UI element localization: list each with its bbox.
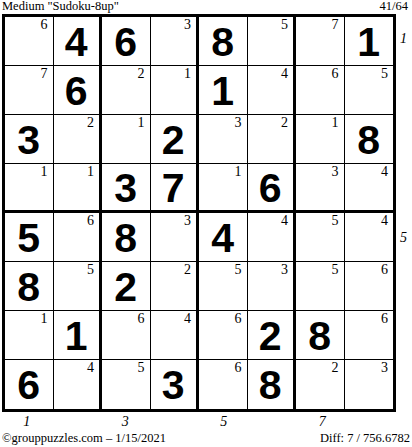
cell-r1c7[interactable]: 7 bbox=[296, 17, 345, 66]
col-label-5: 5 bbox=[220, 415, 227, 429]
cell-r6c8[interactable]: 6 bbox=[345, 262, 394, 311]
corner-mark: 6 bbox=[87, 214, 94, 228]
cell-r8c4[interactable]: 3 bbox=[151, 360, 200, 409]
corner-mark: 3 bbox=[184, 18, 191, 32]
corner-mark: 4 bbox=[281, 67, 288, 81]
cell-r8c8[interactable]: 3 bbox=[345, 360, 394, 409]
corner-mark: 6 bbox=[381, 312, 388, 326]
cell-value: 5 bbox=[17, 218, 40, 259]
corner-mark: 4 bbox=[184, 312, 191, 326]
cell-r1c2[interactable]: 4 bbox=[54, 17, 103, 66]
cell-r3c3[interactable]: 1 bbox=[102, 115, 151, 164]
row-label-1: 1 bbox=[400, 32, 407, 46]
cell-r7c8[interactable]: 6 bbox=[345, 311, 394, 360]
cell-value: 3 bbox=[114, 168, 137, 209]
corner-mark: 3 bbox=[332, 165, 339, 179]
cell-r7c3[interactable]: 6 bbox=[102, 311, 151, 360]
col-label-1: 1 bbox=[23, 415, 30, 429]
corner-mark: 2 bbox=[281, 116, 288, 130]
corner-mark: 5 bbox=[235, 263, 242, 277]
cell-r3c6[interactable]: 2 bbox=[248, 115, 297, 164]
col-label-3: 3 bbox=[122, 415, 129, 429]
copyright: ©grouppuzzles.com – 1/15/2021 bbox=[2, 431, 166, 445]
cell-r6c7[interactable]: 5 bbox=[296, 262, 345, 311]
corner-mark: 1 bbox=[235, 165, 242, 179]
cell-r6c2[interactable]: 5 bbox=[54, 262, 103, 311]
corner-mark: 5 bbox=[87, 263, 94, 277]
corner-mark: 4 bbox=[381, 165, 388, 179]
cell-r4c6[interactable]: 6 bbox=[248, 164, 297, 213]
cell-r5c2[interactable]: 6 bbox=[54, 213, 103, 262]
cell-r7c2[interactable]: 1 bbox=[54, 311, 103, 360]
corner-mark: 4 bbox=[281, 214, 288, 228]
cell-r1c8[interactable]: 1 bbox=[345, 17, 394, 66]
cell-value: 8 bbox=[114, 218, 137, 259]
cell-r4c5[interactable]: 1 bbox=[199, 164, 248, 213]
cell-r1c3[interactable]: 6 bbox=[102, 17, 151, 66]
cell-r5c5[interactable]: 4 bbox=[199, 213, 248, 262]
cell-r8c5[interactable]: 6 bbox=[199, 360, 248, 409]
progress-counter: 41/64 bbox=[380, 0, 408, 13]
footer: ©grouppuzzles.com – 1/15/2021 Diff: 7 / … bbox=[2, 431, 410, 446]
cell-value: 6 bbox=[17, 365, 40, 406]
cell-value: 8 bbox=[17, 267, 40, 308]
cell-r6c1[interactable]: 8 bbox=[5, 262, 54, 311]
cell-value: 1 bbox=[211, 71, 234, 112]
cell-r4c4[interactable]: 7 bbox=[151, 164, 200, 213]
cell-r6c5[interactable]: 5 bbox=[199, 262, 248, 311]
corner-mark: 5 bbox=[138, 361, 145, 375]
cell-r8c3[interactable]: 5 bbox=[102, 360, 151, 409]
cell-r3c5[interactable]: 3 bbox=[199, 115, 248, 164]
corner-mark: 3 bbox=[184, 214, 191, 228]
corner-mark: 3 bbox=[381, 361, 388, 375]
cell-r6c4[interactable]: 2 bbox=[151, 262, 200, 311]
cell-r4c7[interactable]: 3 bbox=[296, 164, 345, 213]
corner-mark: 2 bbox=[332, 361, 339, 375]
row-label-5: 5 bbox=[400, 231, 407, 245]
cell-r7c6[interactable]: 2 bbox=[248, 311, 297, 360]
cell-value: 8 bbox=[259, 365, 282, 406]
cell-r1c4[interactable]: 3 bbox=[151, 17, 200, 66]
cell-r2c2[interactable]: 6 bbox=[54, 66, 103, 115]
corner-mark: 3 bbox=[281, 263, 288, 277]
corner-mark: 7 bbox=[41, 67, 48, 81]
corner-mark: 5 bbox=[332, 263, 339, 277]
cell-value: 6 bbox=[65, 71, 88, 112]
cell-r5c1[interactable]: 5 bbox=[5, 213, 54, 262]
cell-r5c6[interactable]: 4 bbox=[248, 213, 297, 262]
sudoku-grid: 6463857176211465321232181137163456834454… bbox=[2, 14, 396, 412]
cell-r7c1[interactable]: 1 bbox=[5, 311, 54, 360]
cell-value: 8 bbox=[211, 22, 234, 63]
cell-r4c3[interactable]: 3 bbox=[102, 164, 151, 213]
corner-mark: 4 bbox=[87, 361, 94, 375]
cell-r5c8[interactable]: 4 bbox=[345, 213, 394, 262]
cell-r8c6[interactable]: 8 bbox=[248, 360, 297, 409]
cell-r2c4[interactable]: 1 bbox=[151, 66, 200, 115]
cell-r3c1[interactable]: 3 bbox=[5, 115, 54, 164]
cell-r7c7[interactable]: 8 bbox=[296, 311, 345, 360]
cell-value: 8 bbox=[308, 316, 331, 357]
cell-r7c5[interactable]: 6 bbox=[199, 311, 248, 360]
corner-mark: 1 bbox=[138, 116, 145, 130]
cell-r6c6[interactable]: 3 bbox=[248, 262, 297, 311]
cell-r2c8[interactable]: 5 bbox=[345, 66, 394, 115]
cell-r5c3[interactable]: 8 bbox=[102, 213, 151, 262]
header: Medium "Sudoku-8up" 41/64 bbox=[2, 0, 408, 13]
cell-value: 3 bbox=[162, 365, 185, 406]
corner-mark: 6 bbox=[235, 312, 242, 326]
corner-mark: 2 bbox=[138, 67, 145, 81]
cell-value: 4 bbox=[65, 22, 88, 63]
cell-value: 2 bbox=[162, 120, 185, 161]
cell-r2c6[interactable]: 4 bbox=[248, 66, 297, 115]
corner-mark: 2 bbox=[184, 263, 191, 277]
cell-value: 3 bbox=[17, 120, 40, 161]
cell-r4c8[interactable]: 4 bbox=[345, 164, 394, 213]
corner-mark: 2 bbox=[87, 116, 94, 130]
cell-r3c4[interactable]: 2 bbox=[151, 115, 200, 164]
cell-r1c1[interactable]: 6 bbox=[5, 17, 54, 66]
cell-r3c2[interactable]: 2 bbox=[54, 115, 103, 164]
cell-r2c5[interactable]: 1 bbox=[199, 66, 248, 115]
corner-mark: 1 bbox=[87, 165, 94, 179]
cell-r8c1[interactable]: 6 bbox=[5, 360, 54, 409]
cell-value: 1 bbox=[65, 316, 88, 357]
cell-value: 1 bbox=[357, 22, 380, 63]
cell-r6c3[interactable]: 2 bbox=[102, 262, 151, 311]
difficulty: Diff: 7 / 756.6782 bbox=[320, 431, 410, 445]
cell-r5c7[interactable]: 5 bbox=[296, 213, 345, 262]
puzzle-title: Medium "Sudoku-8up" bbox=[2, 0, 119, 13]
cell-value: 7 bbox=[162, 168, 185, 209]
cell-value: 4 bbox=[211, 218, 234, 259]
corner-mark: 6 bbox=[381, 263, 388, 277]
cell-value: 6 bbox=[114, 22, 137, 63]
corner-mark: 1 bbox=[41, 165, 48, 179]
corner-mark: 1 bbox=[332, 116, 339, 130]
cell-r3c8[interactable]: 8 bbox=[345, 115, 394, 164]
corner-mark: 6 bbox=[41, 18, 48, 32]
cell-value: 8 bbox=[357, 120, 380, 161]
cell-r4c2[interactable]: 1 bbox=[54, 164, 103, 213]
cell-r5c4[interactable]: 3 bbox=[151, 213, 200, 262]
corner-mark: 5 bbox=[332, 214, 339, 228]
corner-mark: 6 bbox=[332, 67, 339, 81]
cell-r2c1[interactable]: 7 bbox=[5, 66, 54, 115]
corner-mark: 5 bbox=[281, 18, 288, 32]
cell-r1c6[interactable]: 5 bbox=[248, 17, 297, 66]
cell-value: 6 bbox=[259, 168, 282, 209]
col-label-7: 7 bbox=[319, 415, 326, 429]
cell-r8c2[interactable]: 4 bbox=[54, 360, 103, 409]
corner-mark: 6 bbox=[235, 361, 242, 375]
cell-r4c1[interactable]: 1 bbox=[5, 164, 54, 213]
corner-mark: 5 bbox=[381, 67, 388, 81]
corner-mark: 1 bbox=[184, 67, 191, 81]
cell-r8c7[interactable]: 2 bbox=[296, 360, 345, 409]
cell-r7c4[interactable]: 4 bbox=[151, 311, 200, 360]
cell-r1c5[interactable]: 8 bbox=[199, 17, 248, 66]
corner-mark: 4 bbox=[381, 214, 388, 228]
cell-r3c7[interactable]: 1 bbox=[296, 115, 345, 164]
corner-mark: 6 bbox=[138, 312, 145, 326]
cell-value: 2 bbox=[259, 316, 282, 357]
corner-mark: 1 bbox=[41, 312, 48, 326]
cell-r2c3[interactable]: 2 bbox=[102, 66, 151, 115]
cell-value: 2 bbox=[114, 267, 137, 308]
corner-mark: 7 bbox=[332, 18, 339, 32]
corner-mark: 3 bbox=[235, 116, 242, 130]
cell-r2c7[interactable]: 6 bbox=[296, 66, 345, 115]
